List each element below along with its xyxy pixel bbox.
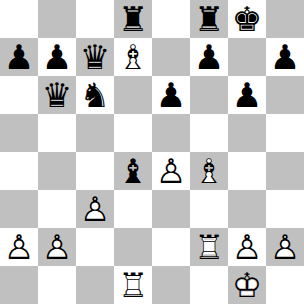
square-b5[interactable] [38,114,76,152]
square-f1[interactable] [190,266,228,304]
square-e8[interactable] [152,0,190,38]
square-g2[interactable]: ♟♙ [228,228,266,266]
black-bishop-d4: ♝ [114,152,152,190]
square-c1[interactable] [76,266,114,304]
square-g8[interactable]: ♚ [228,0,266,38]
square-f5[interactable] [190,114,228,152]
square-b7[interactable]: ♟ [38,38,76,76]
square-e2[interactable] [152,228,190,266]
black-pawn-f7: ♟ [190,38,228,76]
black-pawn-e6: ♟ [152,76,190,114]
square-c6[interactable]: ♞ [76,76,114,114]
black-pawn-h7: ♟ [266,38,304,76]
square-d5[interactable] [114,114,152,152]
square-g6[interactable]: ♟ [228,76,266,114]
white-pawn-b2: ♟♙ [38,228,76,266]
square-b1[interactable] [38,266,76,304]
square-d3[interactable] [114,190,152,228]
square-h7[interactable]: ♟ [266,38,304,76]
square-d4[interactable]: ♝ [114,152,152,190]
square-d8[interactable]: ♜ [114,0,152,38]
chess-board: ♜♜♚♟♟♛♝♗♟♟♛♞♟♟♝♟♙♝♗♟♙♟♙♟♙♜♖♟♙♟♙♜♖♚♔ [0,0,304,304]
square-d2[interactable] [114,228,152,266]
white-pawn-c3: ♟♙ [76,190,114,228]
square-h8[interactable] [266,0,304,38]
white-king-g1: ♚♔ [228,266,266,304]
square-f4[interactable]: ♝♗ [190,152,228,190]
square-f3[interactable] [190,190,228,228]
black-knight-c6: ♞ [76,76,114,114]
square-g5[interactable] [228,114,266,152]
square-f6[interactable] [190,76,228,114]
white-rook-d1: ♜♖ [114,266,152,304]
square-d7[interactable]: ♝♗ [114,38,152,76]
black-rook-f8: ♜ [190,0,228,38]
square-e5[interactable] [152,114,190,152]
square-b2[interactable]: ♟♙ [38,228,76,266]
square-c8[interactable] [76,0,114,38]
black-rook-d8: ♜ [114,0,152,38]
square-h3[interactable] [266,190,304,228]
square-h5[interactable] [266,114,304,152]
square-h1[interactable] [266,266,304,304]
square-g7[interactable] [228,38,266,76]
square-c4[interactable] [76,152,114,190]
white-bishop-d7: ♝♗ [114,38,152,76]
white-pawn-g2: ♟♙ [228,228,266,266]
square-h4[interactable] [266,152,304,190]
black-pawn-g6: ♟ [228,76,266,114]
white-bishop-f4: ♝♗ [190,152,228,190]
black-queen-b6: ♛ [38,76,76,114]
square-a7[interactable]: ♟ [0,38,38,76]
square-e4[interactable]: ♟♙ [152,152,190,190]
square-a8[interactable] [0,0,38,38]
square-b6[interactable]: ♛ [38,76,76,114]
white-pawn-h2: ♟♙ [266,228,304,266]
square-f7[interactable]: ♟ [190,38,228,76]
square-a6[interactable] [0,76,38,114]
square-g3[interactable] [228,190,266,228]
white-pawn-e4: ♟♙ [152,152,190,190]
square-g1[interactable]: ♚♔ [228,266,266,304]
square-d1[interactable]: ♜♖ [114,266,152,304]
square-b4[interactable] [38,152,76,190]
square-c7[interactable]: ♛ [76,38,114,76]
square-a3[interactable] [0,190,38,228]
square-b3[interactable] [38,190,76,228]
square-f8[interactable]: ♜ [190,0,228,38]
black-king-g8: ♚ [228,0,266,38]
square-g4[interactable] [228,152,266,190]
white-pawn-a2: ♟♙ [0,228,38,266]
square-h2[interactable]: ♟♙ [266,228,304,266]
square-a1[interactable] [0,266,38,304]
square-f2[interactable]: ♜♖ [190,228,228,266]
black-pawn-b7: ♟ [38,38,76,76]
square-a2[interactable]: ♟♙ [0,228,38,266]
square-c5[interactable] [76,114,114,152]
white-rook-f2: ♜♖ [190,228,228,266]
square-e1[interactable] [152,266,190,304]
black-pawn-a7: ♟ [0,38,38,76]
square-e3[interactable] [152,190,190,228]
square-b8[interactable] [38,0,76,38]
square-h6[interactable] [266,76,304,114]
black-queen-c7: ♛ [76,38,114,76]
square-a4[interactable] [0,152,38,190]
square-e6[interactable]: ♟ [152,76,190,114]
square-a5[interactable] [0,114,38,152]
square-e7[interactable] [152,38,190,76]
square-d6[interactable] [114,76,152,114]
square-c2[interactable] [76,228,114,266]
square-c3[interactable]: ♟♙ [76,190,114,228]
